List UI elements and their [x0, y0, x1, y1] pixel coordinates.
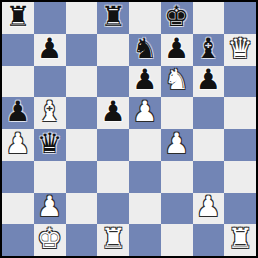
square-g4[interactable] — [193, 129, 225, 161]
square-c5[interactable] — [66, 97, 98, 129]
piece-white-queen: ♛ — [228, 35, 253, 63]
square-a7[interactable] — [2, 34, 34, 66]
piece-white-pawn: ♟ — [5, 130, 30, 158]
square-c2[interactable] — [66, 193, 98, 225]
piece-white-pawn: ♟ — [132, 98, 157, 126]
piece-black-bishop: ♝ — [196, 35, 221, 63]
square-g1[interactable] — [193, 224, 225, 256]
square-f3[interactable] — [161, 161, 193, 193]
square-c4[interactable] — [66, 129, 98, 161]
piece-black-king: ♚ — [164, 3, 189, 31]
square-c3[interactable] — [66, 161, 98, 193]
piece-white-pawn: ♟ — [164, 130, 189, 158]
square-c6[interactable] — [66, 66, 98, 98]
piece-black-pawn: ♟ — [164, 35, 189, 63]
square-h1[interactable]: ♜ — [224, 224, 256, 256]
square-e1[interactable] — [129, 224, 161, 256]
square-c8[interactable] — [66, 2, 98, 34]
square-f8[interactable]: ♚ — [161, 2, 193, 34]
square-b5[interactable]: ♝ — [34, 97, 66, 129]
square-h4[interactable] — [224, 129, 256, 161]
piece-black-queen: ♛ — [37, 130, 62, 158]
piece-black-pawn: ♟ — [132, 66, 157, 94]
piece-black-pawn: ♟ — [196, 66, 221, 94]
square-d5[interactable]: ♟ — [97, 97, 129, 129]
square-h5[interactable] — [224, 97, 256, 129]
square-e7[interactable]: ♞ — [129, 34, 161, 66]
square-e8[interactable] — [129, 2, 161, 34]
square-e5[interactable]: ♟ — [129, 97, 161, 129]
square-f7[interactable]: ♟ — [161, 34, 193, 66]
square-h6[interactable] — [224, 66, 256, 98]
square-g6[interactable]: ♟ — [193, 66, 225, 98]
square-g5[interactable] — [193, 97, 225, 129]
square-b4[interactable]: ♛ — [34, 129, 66, 161]
square-e6[interactable]: ♟ — [129, 66, 161, 98]
square-a8[interactable]: ♜ — [2, 2, 34, 34]
square-g8[interactable] — [193, 2, 225, 34]
square-a4[interactable]: ♟ — [2, 129, 34, 161]
square-d8[interactable]: ♜ — [97, 2, 129, 34]
square-g3[interactable] — [193, 161, 225, 193]
square-b6[interactable] — [34, 66, 66, 98]
square-e4[interactable] — [129, 129, 161, 161]
piece-white-pawn: ♟ — [196, 193, 221, 221]
square-b7[interactable]: ♟ — [34, 34, 66, 66]
square-d2[interactable] — [97, 193, 129, 225]
piece-black-pawn: ♟ — [5, 98, 30, 126]
piece-black-rook: ♜ — [5, 3, 30, 31]
piece-white-king: ♚ — [37, 225, 62, 253]
square-c7[interactable] — [66, 34, 98, 66]
square-g7[interactable]: ♝ — [193, 34, 225, 66]
square-h8[interactable] — [224, 2, 256, 34]
square-a1[interactable] — [2, 224, 34, 256]
piece-white-pawn: ♟ — [37, 193, 62, 221]
square-f5[interactable] — [161, 97, 193, 129]
piece-white-rook: ♜ — [101, 225, 126, 253]
square-d1[interactable]: ♜ — [97, 224, 129, 256]
square-f4[interactable]: ♟ — [161, 129, 193, 161]
square-a2[interactable] — [2, 193, 34, 225]
square-b2[interactable]: ♟ — [34, 193, 66, 225]
chess-board: ♜♜♚♟♞♟♝♛♟♞♟♟♝♟♟♟♛♟♟♟♚♜♜ — [0, 0, 258, 258]
piece-white-knight: ♞ — [164, 66, 189, 94]
square-e2[interactable] — [129, 193, 161, 225]
square-h2[interactable] — [224, 193, 256, 225]
square-d4[interactable] — [97, 129, 129, 161]
square-d3[interactable] — [97, 161, 129, 193]
piece-black-knight: ♞ — [132, 35, 157, 63]
square-b1[interactable]: ♚ — [34, 224, 66, 256]
square-e3[interactable] — [129, 161, 161, 193]
square-h7[interactable]: ♛ — [224, 34, 256, 66]
square-b8[interactable] — [34, 2, 66, 34]
square-a3[interactable] — [2, 161, 34, 193]
square-g2[interactable]: ♟ — [193, 193, 225, 225]
square-d7[interactable] — [97, 34, 129, 66]
square-f1[interactable] — [161, 224, 193, 256]
square-f2[interactable] — [161, 193, 193, 225]
square-a6[interactable] — [2, 66, 34, 98]
square-d6[interactable] — [97, 66, 129, 98]
square-c1[interactable] — [66, 224, 98, 256]
piece-black-pawn: ♟ — [101, 98, 126, 126]
piece-black-rook: ♜ — [101, 3, 126, 31]
piece-white-bishop: ♝ — [37, 98, 62, 126]
piece-white-rook: ♜ — [228, 225, 253, 253]
square-h3[interactable] — [224, 161, 256, 193]
piece-black-pawn: ♟ — [37, 35, 62, 63]
square-a5[interactable]: ♟ — [2, 97, 34, 129]
square-f6[interactable]: ♞ — [161, 66, 193, 98]
square-b3[interactable] — [34, 161, 66, 193]
